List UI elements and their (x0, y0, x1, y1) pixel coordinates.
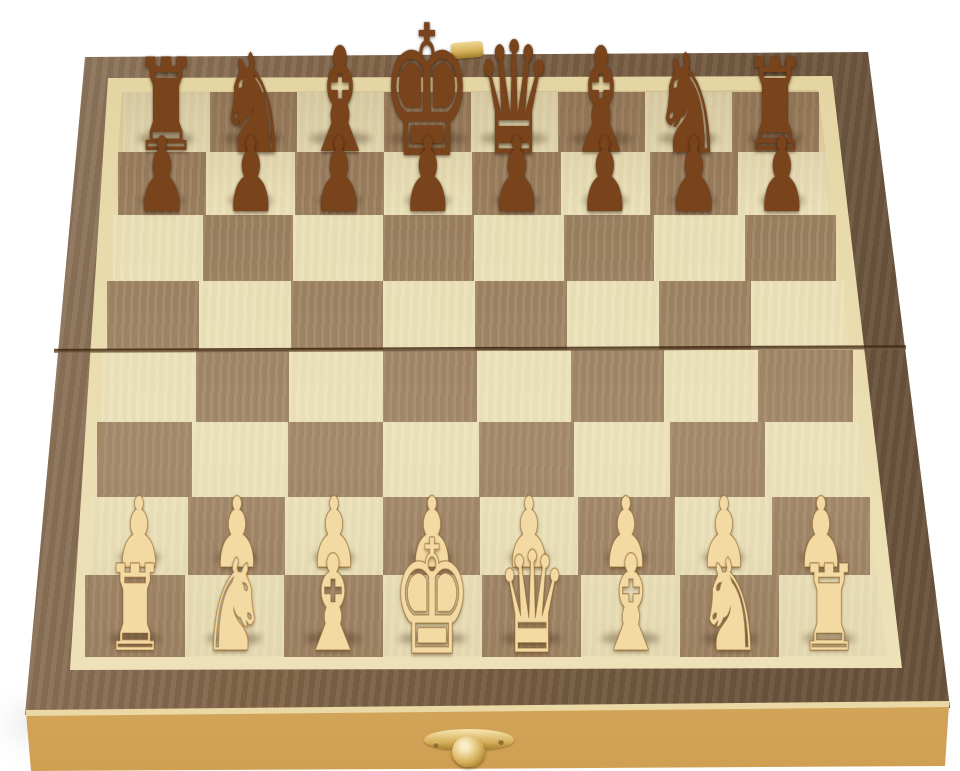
black-pawn[interactable]: ♟ (136, 123, 188, 227)
clasp-screw-icon (433, 742, 439, 748)
square-h4[interactable] (758, 350, 853, 423)
square-e4[interactable] (477, 350, 572, 423)
black-pawn[interactable]: ♟ (402, 123, 454, 227)
black-pawn[interactable]: ♟ (313, 123, 365, 227)
square-c4[interactable] (289, 350, 384, 423)
white-bishop[interactable]: ♝ (597, 538, 664, 671)
square-f4[interactable] (571, 350, 666, 423)
square-b5[interactable] (199, 281, 292, 351)
square-a4[interactable] (102, 350, 197, 423)
black-pawn[interactable]: ♟ (668, 123, 720, 227)
white-rook[interactable]: ♜ (799, 549, 859, 668)
square-a5[interactable] (107, 281, 200, 351)
square-d5[interactable] (383, 281, 476, 351)
white-knight[interactable]: ♞ (697, 542, 762, 670)
black-pawn[interactable]: ♟ (579, 123, 631, 227)
square-d4[interactable] (383, 350, 478, 423)
square-f5[interactable] (567, 281, 660, 351)
white-bishop[interactable]: ♝ (299, 538, 366, 671)
white-rook[interactable]: ♜ (105, 549, 165, 668)
square-b4[interactable] (196, 350, 291, 423)
clasp-screw-icon (498, 739, 504, 745)
black-pawn[interactable]: ♟ (490, 123, 542, 227)
white-knight[interactable]: ♞ (202, 542, 267, 670)
square-h5[interactable] (751, 281, 844, 351)
black-pawn[interactable]: ♟ (224, 123, 276, 227)
square-c5[interactable] (291, 281, 384, 351)
white-queen[interactable]: ♛ (496, 532, 567, 673)
black-pawn[interactable]: ♟ (756, 123, 808, 227)
brass-clasp-knob-icon[interactable] (452, 736, 485, 767)
photo-background: ♜♞♝♚♛♝♞♜♟♟♟♟♟♟♟♟♟♟♟♟♟♟♟♟♜♞♝♚♛♝♞♜ (0, 0, 960, 771)
square-e5[interactable] (475, 281, 568, 351)
square-g5[interactable] (659, 281, 752, 351)
white-king[interactable]: ♚ (392, 518, 472, 677)
square-g4[interactable] (664, 350, 759, 423)
